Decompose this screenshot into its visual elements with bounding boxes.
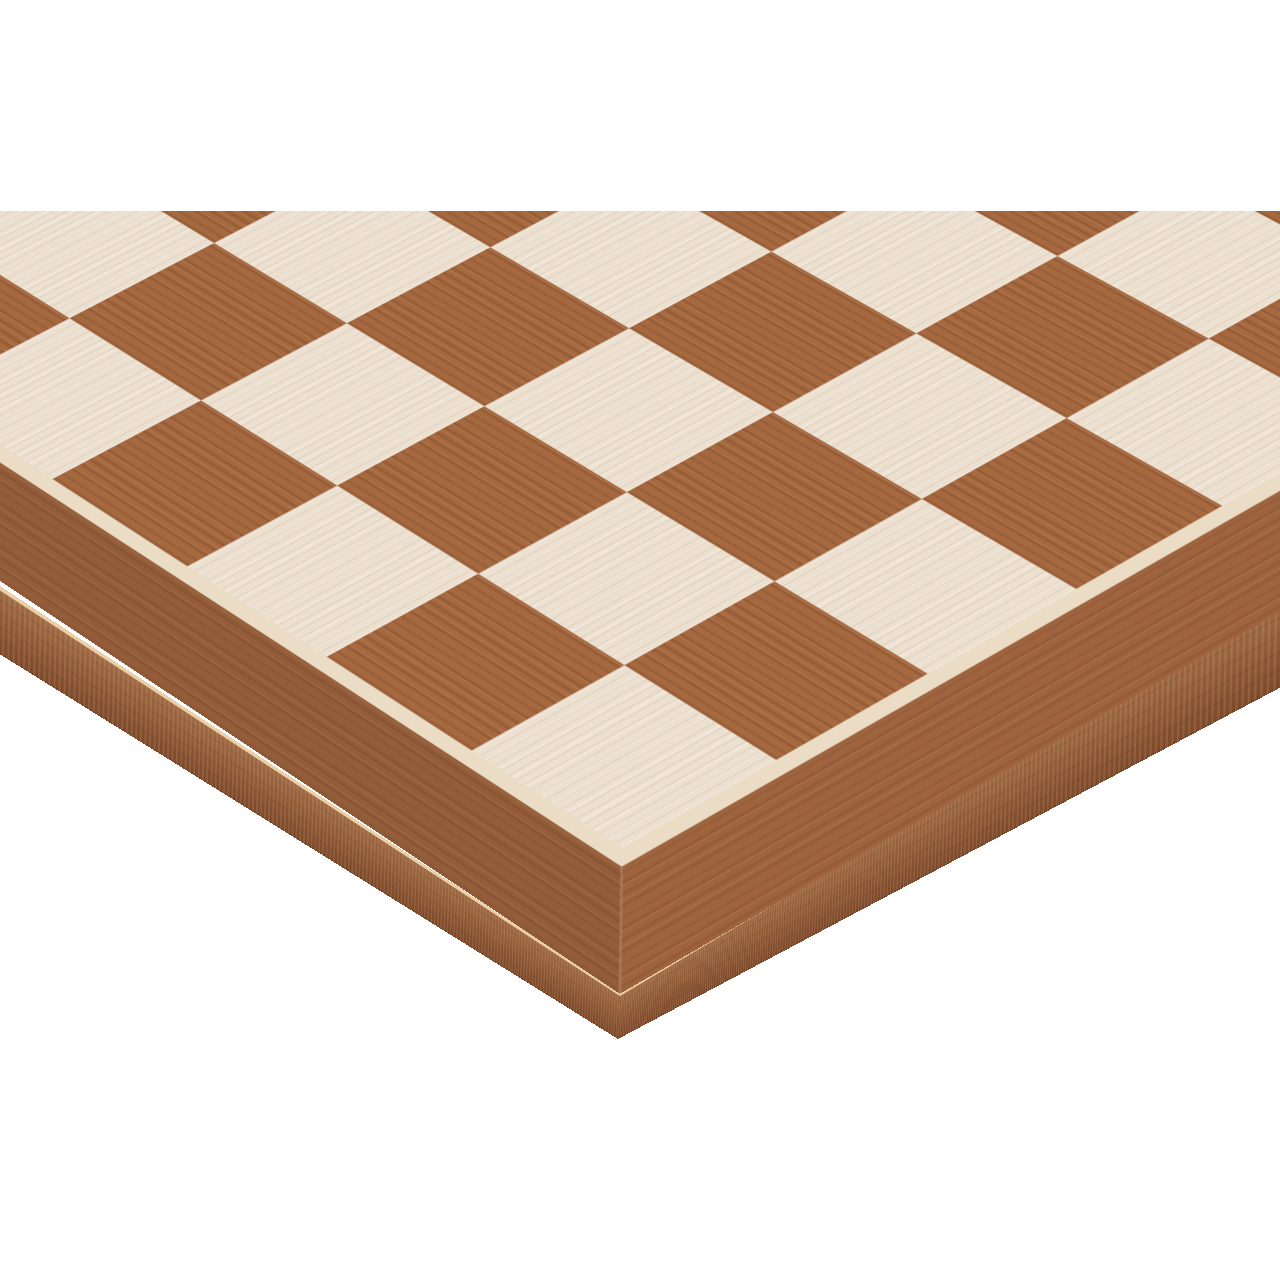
- photo-top-crop: [0, 0, 1280, 211]
- product-photo-stage: [0, 0, 1280, 1280]
